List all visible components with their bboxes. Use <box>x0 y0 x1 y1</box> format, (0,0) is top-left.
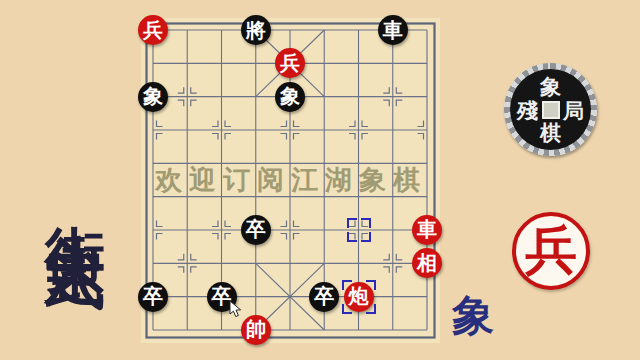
seal-char-bottom: 棋 <box>540 122 561 143</box>
seal-coin-hole <box>542 101 560 119</box>
mouse-cursor-icon <box>229 300 243 318</box>
piece-black-車[interactable]: 車 <box>378 15 408 45</box>
xiangqi-board[interactable]: 兵將車兵象象卒車相卒卒卒炮帥 <box>141 18 440 343</box>
corner-elephant-char: 象 <box>452 294 494 338</box>
piece-black-象[interactable]: 象 <box>275 82 305 112</box>
piece-black-卒[interactable]: 卒 <box>138 282 168 312</box>
xiangqi-video-frame: 街头定式 兵將車兵象象卒車相卒卒卒炮帥 欢迎订阅江湖象棋 象 局 棋 殘 兵 象 <box>0 0 640 360</box>
piece-black-卒[interactable]: 卒 <box>309 282 339 312</box>
piece-red-帥[interactable]: 帥 <box>241 315 271 345</box>
piece-red-炮[interactable]: 炮 <box>344 282 374 312</box>
endgame-seal-logo: 象 局 棋 殘 <box>504 63 597 156</box>
red-soldier-badge: 兵 <box>512 212 590 290</box>
seal-face: 象 局 棋 殘 <box>510 69 591 150</box>
piece-red-兵[interactable]: 兵 <box>138 15 168 45</box>
seal-char-left: 殘 <box>517 99 538 120</box>
piece-black-卒[interactable]: 卒 <box>241 215 271 245</box>
piece-black-將[interactable]: 將 <box>241 15 271 45</box>
seal-char-right: 局 <box>563 99 584 120</box>
piece-red-車[interactable]: 車 <box>412 215 442 245</box>
piece-black-象[interactable]: 象 <box>138 82 168 112</box>
seal-char-top: 象 <box>540 76 561 97</box>
page-title: 街头定式 <box>34 44 118 344</box>
